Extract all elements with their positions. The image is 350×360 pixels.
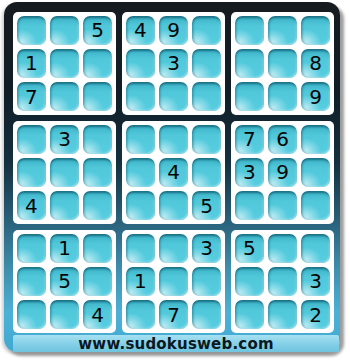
cell-r6c9[interactable] [301, 191, 331, 221]
cell-r9c3[interactable]: 4 [83, 300, 113, 330]
cell-r7c5[interactable] [159, 234, 189, 264]
cell-r8c1[interactable] [17, 267, 47, 297]
cell-r7c1[interactable] [17, 234, 47, 264]
cell-r4c5[interactable] [159, 125, 189, 155]
box-middle-right: 7639 [231, 121, 334, 224]
cell-r5c8[interactable]: 9 [268, 158, 298, 188]
footer-band: www.sudokusweb.com [13, 335, 339, 352]
cell-r5c5[interactable]: 4 [159, 158, 189, 188]
cell-r9c2[interactable] [50, 300, 80, 330]
cell-r9c4[interactable] [126, 300, 156, 330]
cell-r8c4[interactable]: 1 [126, 267, 156, 297]
cell-r3c1[interactable]: 7 [17, 82, 47, 112]
cell-r2c3[interactable] [83, 49, 113, 79]
cell-r4c7[interactable]: 7 [235, 125, 265, 155]
box-top-center: 493 [122, 12, 225, 115]
cell-r1c9[interactable] [301, 16, 331, 46]
cell-r7c4[interactable] [126, 234, 156, 264]
cell-r5c7[interactable]: 3 [235, 158, 265, 188]
cell-r2c6[interactable] [192, 49, 222, 79]
cell-r3c2[interactable] [50, 82, 80, 112]
cell-r5c3[interactable] [83, 158, 113, 188]
cell-r8c7[interactable] [235, 267, 265, 297]
cell-r4c1[interactable] [17, 125, 47, 155]
box-bottom-left: 154 [13, 230, 116, 333]
cell-r7c3[interactable] [83, 234, 113, 264]
cell-r5c9[interactable] [301, 158, 331, 188]
cell-r4c6[interactable] [192, 125, 222, 155]
cell-r2c9[interactable]: 8 [301, 49, 331, 79]
cell-r5c1[interactable] [17, 158, 47, 188]
box-top-left: 517 [13, 12, 116, 115]
cell-r5c4[interactable] [126, 158, 156, 188]
cell-r3c7[interactable] [235, 82, 265, 112]
cell-r4c8[interactable]: 6 [268, 125, 298, 155]
cell-r6c3[interactable] [83, 191, 113, 221]
box-bottom-center: 317 [122, 230, 225, 333]
cell-r9c9[interactable]: 2 [301, 300, 331, 330]
sudoku-board: 517 493 89 34 45 7639 154 317 532 [13, 12, 334, 333]
cell-r2c2[interactable] [50, 49, 80, 79]
box-top-right: 89 [231, 12, 334, 115]
cell-r1c4[interactable]: 4 [126, 16, 156, 46]
cell-r6c4[interactable] [126, 191, 156, 221]
cell-r7c9[interactable] [301, 234, 331, 264]
cell-r8c9[interactable]: 3 [301, 267, 331, 297]
cell-r6c2[interactable] [50, 191, 80, 221]
cell-r6c7[interactable] [235, 191, 265, 221]
cell-r3c4[interactable] [126, 82, 156, 112]
cell-r6c5[interactable] [159, 191, 189, 221]
site-link[interactable]: www.sudokusweb.com [78, 335, 273, 353]
cell-r4c2[interactable]: 3 [50, 125, 80, 155]
cell-r8c6[interactable] [192, 267, 222, 297]
cell-r4c9[interactable] [301, 125, 331, 155]
cell-r1c2[interactable] [50, 16, 80, 46]
cell-r1c7[interactable] [235, 16, 265, 46]
cell-r8c3[interactable] [83, 267, 113, 297]
cell-r2c8[interactable] [268, 49, 298, 79]
cell-r4c3[interactable] [83, 125, 113, 155]
cell-r1c8[interactable] [268, 16, 298, 46]
cell-r7c6[interactable]: 3 [192, 234, 222, 264]
cell-r5c6[interactable] [192, 158, 222, 188]
cell-r9c5[interactable]: 7 [159, 300, 189, 330]
board-frame: 517 493 89 34 45 7639 154 317 532 www.su… [4, 2, 340, 352]
cell-r8c5[interactable] [159, 267, 189, 297]
cell-r8c8[interactable] [268, 267, 298, 297]
cell-r2c1[interactable]: 1 [17, 49, 47, 79]
cell-r2c7[interactable] [235, 49, 265, 79]
cell-r9c7[interactable] [235, 300, 265, 330]
cell-r9c8[interactable] [268, 300, 298, 330]
cell-r9c1[interactable] [17, 300, 47, 330]
cell-r3c8[interactable] [268, 82, 298, 112]
cell-r7c2[interactable]: 1 [50, 234, 80, 264]
cell-r2c4[interactable] [126, 49, 156, 79]
cell-r4c4[interactable] [126, 125, 156, 155]
cell-r3c9[interactable]: 9 [301, 82, 331, 112]
box-middle-left: 34 [13, 121, 116, 224]
cell-r2c5[interactable]: 3 [159, 49, 189, 79]
cell-r1c3[interactable]: 5 [83, 16, 113, 46]
cell-r8c2[interactable]: 5 [50, 267, 80, 297]
cell-r6c8[interactable] [268, 191, 298, 221]
cell-r3c5[interactable] [159, 82, 189, 112]
sudoku-screenshot: 517 493 89 34 45 7639 154 317 532 www.su… [0, 0, 350, 360]
cell-r7c7[interactable]: 5 [235, 234, 265, 264]
cell-r7c8[interactable] [268, 234, 298, 264]
cell-r5c2[interactable] [50, 158, 80, 188]
box-bottom-right: 532 [231, 230, 334, 333]
cell-r9c6[interactable] [192, 300, 222, 330]
box-middle-center: 45 [122, 121, 225, 224]
cell-r6c6[interactable]: 5 [192, 191, 222, 221]
cell-r3c3[interactable] [83, 82, 113, 112]
cell-r3c6[interactable] [192, 82, 222, 112]
cell-r1c5[interactable]: 9 [159, 16, 189, 46]
cell-r1c1[interactable] [17, 16, 47, 46]
cell-r1c6[interactable] [192, 16, 222, 46]
cell-r6c1[interactable]: 4 [17, 191, 47, 221]
